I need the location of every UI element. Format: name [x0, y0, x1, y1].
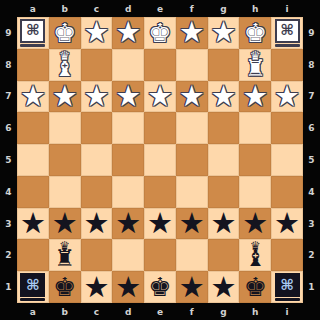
- square-d6[interactable]: [112, 112, 144, 144]
- square-d1[interactable]: ★: [112, 271, 144, 303]
- piece-white-star[interactable]: ★: [211, 18, 237, 47]
- star-icon: ★: [20, 209, 46, 238]
- file-label-g: g: [208, 303, 240, 320]
- square-c3[interactable]: ★: [81, 208, 113, 240]
- square-g3[interactable]: ★: [208, 208, 240, 240]
- piece-white-star[interactable]: ★: [115, 18, 141, 47]
- square-c5[interactable]: [81, 144, 113, 176]
- star-icon: ★: [20, 82, 46, 111]
- rank-label-8: 8: [303, 49, 320, 81]
- file-label-i: i: [271, 0, 303, 17]
- rank-label-4: 4: [0, 176, 17, 208]
- rank-label-1: 1: [303, 271, 320, 303]
- file-label-c: c: [81, 303, 113, 320]
- square-f1[interactable]: ★: [176, 271, 208, 303]
- piece-white-king[interactable]: ♚: [244, 20, 267, 46]
- square-i8[interactable]: [271, 49, 303, 81]
- square-d9[interactable]: ★: [112, 17, 144, 49]
- square-b4[interactable]: [49, 176, 81, 208]
- rank-label-7: 7: [0, 81, 17, 113]
- piece-white-command[interactable]: ⌘: [275, 19, 300, 47]
- crown-icon: ♛: [250, 50, 261, 62]
- star-icon: ★: [83, 18, 109, 47]
- square-d3[interactable]: ★: [112, 208, 144, 240]
- rank-label-2: 2: [303, 239, 320, 271]
- piece-black-command[interactable]: ⌘: [20, 273, 45, 301]
- piece-white-star[interactable]: ★: [211, 82, 237, 111]
- piece-black-star[interactable]: ★: [83, 273, 109, 302]
- square-e4[interactable]: [144, 176, 176, 208]
- star-icon: ★: [242, 82, 268, 111]
- square-g9[interactable]: ★: [208, 17, 240, 49]
- star-icon: ★: [211, 82, 237, 111]
- square-h1[interactable]: ♚: [239, 271, 271, 303]
- file-labels-bottom: abcdefghi: [17, 303, 303, 320]
- square-h8[interactable]: ♛♜: [239, 49, 271, 81]
- rank-label-6: 6: [0, 112, 17, 144]
- square-c1[interactable]: ★: [81, 271, 113, 303]
- piece-black-star[interactable]: ★: [211, 209, 237, 238]
- piece-black-star[interactable]: ★: [147, 209, 173, 238]
- piece-black-star[interactable]: ★: [52, 209, 78, 238]
- square-c8[interactable]: [81, 49, 113, 81]
- square-e1[interactable]: ♚: [144, 271, 176, 303]
- square-a2[interactable]: [17, 239, 49, 271]
- square-i3[interactable]: ★: [271, 208, 303, 240]
- piece-black-star[interactable]: ★: [242, 209, 268, 238]
- square-b8[interactable]: ♛♝: [49, 49, 81, 81]
- star-icon: ★: [115, 82, 141, 111]
- square-f7[interactable]: ★: [176, 81, 208, 113]
- square-f5[interactable]: [176, 144, 208, 176]
- square-g7[interactable]: ★: [208, 81, 240, 113]
- file-label-a: a: [17, 303, 49, 320]
- piece-black-star[interactable]: ★: [83, 209, 109, 238]
- rank-label-1: 1: [0, 271, 17, 303]
- piece-black-king[interactable]: ♚: [53, 274, 76, 300]
- piece-black-star[interactable]: ★: [115, 209, 141, 238]
- file-label-f: f: [176, 303, 208, 320]
- square-b5[interactable]: [49, 144, 81, 176]
- king-icon: ♚: [244, 274, 267, 300]
- piece-black-star[interactable]: ★: [179, 209, 205, 238]
- file-labels-top: abcdefghi: [17, 0, 303, 17]
- piece-white-star[interactable]: ★: [20, 82, 46, 111]
- square-b6[interactable]: [49, 112, 81, 144]
- square-f3[interactable]: ★: [176, 208, 208, 240]
- piece-black-king[interactable]: ♚: [244, 274, 267, 300]
- file-label-h: h: [239, 303, 271, 320]
- rank-label-9: 9: [303, 17, 320, 49]
- square-b9[interactable]: ♚: [49, 17, 81, 49]
- piece-black-star[interactable]: ★: [274, 209, 300, 238]
- square-h5[interactable]: [239, 144, 271, 176]
- file-label-e: e: [144, 0, 176, 17]
- piece-black-crowned-bishop[interactable]: ♛♝: [245, 240, 266, 270]
- piece-white-star[interactable]: ★: [242, 82, 268, 111]
- piece-white-crowned-rook[interactable]: ♛♜: [245, 50, 266, 80]
- square-i4[interactable]: [271, 176, 303, 208]
- crown-icon: ♛: [250, 240, 261, 252]
- square-h2[interactable]: ♛♝: [239, 239, 271, 271]
- file-label-b: b: [49, 303, 81, 320]
- piece-black-king[interactable]: ♚: [148, 274, 171, 300]
- square-f2[interactable]: [176, 239, 208, 271]
- square-d7[interactable]: ★: [112, 81, 144, 113]
- square-a3[interactable]: ★: [17, 208, 49, 240]
- crown-icon: ♛: [59, 50, 70, 62]
- square-h7[interactable]: ★: [239, 81, 271, 113]
- star-icon: ★: [115, 209, 141, 238]
- king-icon: ♚: [148, 20, 171, 46]
- piece-white-star[interactable]: ★: [83, 82, 109, 111]
- king-icon: ♚: [148, 274, 171, 300]
- file-label-b: b: [49, 0, 81, 17]
- square-a1[interactable]: ⌘: [17, 271, 49, 303]
- rank-label-6: 6: [303, 112, 320, 144]
- board: ⌘♚★★♚★★♚⌘♛♝♛♜★★★★★★★★★★★★★★★★★★♛♜♛♝⌘♚★★♚…: [17, 17, 303, 303]
- piece-white-star[interactable]: ★: [179, 82, 205, 111]
- square-h9[interactable]: ♚: [239, 17, 271, 49]
- square-g4[interactable]: [208, 176, 240, 208]
- star-icon: ★: [52, 82, 78, 111]
- square-i6[interactable]: [271, 112, 303, 144]
- rank-label-4: 4: [303, 176, 320, 208]
- square-b3[interactable]: ★: [49, 208, 81, 240]
- file-label-e: e: [144, 303, 176, 320]
- rank-label-3: 3: [303, 208, 320, 240]
- square-e8[interactable]: [144, 49, 176, 81]
- piece-white-star[interactable]: ★: [83, 18, 109, 47]
- piece-black-star[interactable]: ★: [211, 273, 237, 302]
- square-c9[interactable]: ★: [81, 17, 113, 49]
- star-icon: ★: [179, 209, 205, 238]
- square-f8[interactable]: [176, 49, 208, 81]
- square-c4[interactable]: [81, 176, 113, 208]
- star-icon: ★: [179, 82, 205, 111]
- king-icon: ♚: [53, 274, 76, 300]
- piece-white-king[interactable]: ♚: [148, 20, 171, 46]
- square-h6[interactable]: [239, 112, 271, 144]
- square-a8[interactable]: [17, 49, 49, 81]
- piece-white-star[interactable]: ★: [52, 82, 78, 111]
- king-icon: ♚: [244, 20, 267, 46]
- square-c2[interactable]: [81, 239, 113, 271]
- star-icon: ★: [211, 18, 237, 47]
- square-e9[interactable]: ♚: [144, 17, 176, 49]
- star-icon: ★: [274, 82, 300, 111]
- file-label-i: i: [271, 303, 303, 320]
- king-icon: ♚: [53, 20, 76, 46]
- square-d8[interactable]: [112, 49, 144, 81]
- command-base: [20, 298, 45, 301]
- star-icon: ★: [211, 209, 237, 238]
- rank-label-8: 8: [0, 49, 17, 81]
- square-d4[interactable]: [112, 176, 144, 208]
- command-icon: ⌘: [275, 19, 300, 43]
- square-g2[interactable]: [208, 239, 240, 271]
- command-icon: ⌘: [275, 273, 300, 297]
- square-h4[interactable]: [239, 176, 271, 208]
- piece-white-star[interactable]: ★: [115, 82, 141, 111]
- rank-labels-right: 987654321: [303, 17, 320, 303]
- piece-black-star[interactable]: ★: [115, 273, 141, 302]
- command-base: [275, 44, 300, 47]
- square-e7[interactable]: ★: [144, 81, 176, 113]
- star-icon: ★: [83, 209, 109, 238]
- star-icon: ★: [115, 273, 141, 302]
- star-icon: ★: [179, 18, 205, 47]
- square-f9[interactable]: ★: [176, 17, 208, 49]
- crown-icon: ♛: [59, 240, 70, 252]
- square-g1[interactable]: ★: [208, 271, 240, 303]
- piece-black-star[interactable]: ★: [20, 209, 46, 238]
- square-a9[interactable]: ⌘: [17, 17, 49, 49]
- command-base: [20, 44, 45, 47]
- file-label-h: h: [239, 0, 271, 17]
- square-d2[interactable]: [112, 239, 144, 271]
- star-icon: ★: [179, 273, 205, 302]
- file-label-d: d: [112, 303, 144, 320]
- square-e5[interactable]: [144, 144, 176, 176]
- piece-white-star[interactable]: ★: [274, 82, 300, 111]
- square-g5[interactable]: [208, 144, 240, 176]
- star-icon: ★: [211, 273, 237, 302]
- star-icon: ★: [147, 82, 173, 111]
- star-icon: ★: [242, 209, 268, 238]
- command-icon: ⌘: [20, 19, 45, 43]
- square-b7[interactable]: ★: [49, 81, 81, 113]
- file-label-a: a: [17, 0, 49, 17]
- star-icon: ★: [83, 82, 109, 111]
- piece-white-king[interactable]: ♚: [53, 20, 76, 46]
- rank-label-3: 3: [0, 208, 17, 240]
- square-i1[interactable]: ⌘: [271, 271, 303, 303]
- star-icon: ★: [83, 273, 109, 302]
- square-e3[interactable]: ★: [144, 208, 176, 240]
- piece-white-crowned-bishop[interactable]: ♛♝: [54, 50, 75, 80]
- command-icon: ⌘: [20, 273, 45, 297]
- star-icon: ★: [147, 209, 173, 238]
- square-b2[interactable]: ♛♜: [49, 239, 81, 271]
- square-f6[interactable]: [176, 112, 208, 144]
- board-frame: abcdefghi abcdefghi 987654321 987654321 …: [0, 0, 320, 320]
- square-e6[interactable]: [144, 112, 176, 144]
- rank-label-7: 7: [303, 81, 320, 113]
- square-h3[interactable]: ★: [239, 208, 271, 240]
- square-a7[interactable]: ★: [17, 81, 49, 113]
- square-b1[interactable]: ♚: [49, 271, 81, 303]
- square-d5[interactable]: [112, 144, 144, 176]
- square-c7[interactable]: ★: [81, 81, 113, 113]
- square-i2[interactable]: [271, 239, 303, 271]
- square-f4[interactable]: [176, 176, 208, 208]
- square-g8[interactable]: [208, 49, 240, 81]
- piece-white-command[interactable]: ⌘: [20, 19, 45, 47]
- square-c6[interactable]: [81, 112, 113, 144]
- command-base: [275, 298, 300, 301]
- rank-label-2: 2: [0, 239, 17, 271]
- square-a5[interactable]: [17, 144, 49, 176]
- piece-black-command[interactable]: ⌘: [275, 273, 300, 301]
- square-i7[interactable]: ★: [271, 81, 303, 113]
- square-a4[interactable]: [17, 176, 49, 208]
- square-i5[interactable]: [271, 144, 303, 176]
- rank-labels-left: 987654321: [0, 17, 17, 303]
- piece-black-star[interactable]: ★: [179, 273, 205, 302]
- square-i9[interactable]: ⌘: [271, 17, 303, 49]
- square-e2[interactable]: [144, 239, 176, 271]
- piece-black-crowned-rook[interactable]: ♛♜: [54, 240, 75, 270]
- rank-label-5: 5: [303, 144, 320, 176]
- square-a6[interactable]: [17, 112, 49, 144]
- star-icon: ★: [52, 209, 78, 238]
- star-icon: ★: [274, 209, 300, 238]
- square-g6[interactable]: [208, 112, 240, 144]
- piece-white-star[interactable]: ★: [179, 18, 205, 47]
- rank-label-5: 5: [0, 144, 17, 176]
- rank-label-9: 9: [0, 17, 17, 49]
- star-icon: ★: [115, 18, 141, 47]
- piece-white-star[interactable]: ★: [147, 82, 173, 111]
